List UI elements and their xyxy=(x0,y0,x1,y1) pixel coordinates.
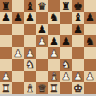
square-b2[interactable] xyxy=(12,71,24,83)
square-g6[interactable]: ♟ xyxy=(72,24,84,36)
piece-white-pawn: ♟ xyxy=(37,35,46,46)
square-e7[interactable]: ♞ xyxy=(48,12,60,24)
square-e8[interactable] xyxy=(48,0,60,12)
square-c1[interactable]: ♝ xyxy=(24,82,36,94)
piece-black-pawn: ♟ xyxy=(1,12,10,23)
square-h6[interactable] xyxy=(84,24,96,36)
square-h3[interactable] xyxy=(84,59,96,71)
piece-white-pawn: ♟ xyxy=(49,47,58,58)
square-g8[interactable]: ♚ xyxy=(72,0,84,12)
piece-black-rook: ♜ xyxy=(1,0,10,11)
piece-black-queen: ♛ xyxy=(37,0,46,11)
square-a2[interactable]: ♟ xyxy=(0,71,12,83)
square-f3[interactable]: ♞ xyxy=(60,59,72,71)
square-c2[interactable] xyxy=(24,71,36,83)
square-g1[interactable]: ♚ xyxy=(72,82,84,94)
square-g2[interactable]: ♟ xyxy=(72,71,84,83)
page-background-strip xyxy=(0,94,96,96)
square-b5[interactable] xyxy=(12,35,24,47)
square-g4[interactable] xyxy=(72,47,84,59)
square-a4[interactable] xyxy=(0,47,12,59)
square-h2[interactable]: ♟ xyxy=(84,71,96,83)
square-f5[interactable]: ♟ xyxy=(60,35,72,47)
square-c5[interactable] xyxy=(24,35,36,47)
piece-black-bishop: ♝ xyxy=(25,0,34,11)
square-e3[interactable] xyxy=(48,59,60,71)
square-a7[interactable]: ♟ xyxy=(0,12,12,24)
square-c7[interactable]: ♟ xyxy=(24,12,36,24)
square-d2[interactable] xyxy=(36,71,48,83)
square-e1[interactable]: ♜ xyxy=(48,82,60,94)
piece-black-pawn: ♟ xyxy=(49,35,58,46)
piece-white-rook: ♜ xyxy=(1,82,10,93)
piece-black-pawn: ♟ xyxy=(37,24,46,35)
square-d4[interactable] xyxy=(36,47,48,59)
square-b3[interactable] xyxy=(12,59,24,71)
square-f7[interactable] xyxy=(60,12,72,24)
square-e2[interactable]: ♝ xyxy=(48,71,60,83)
square-b7[interactable]: ♟ xyxy=(12,12,24,24)
square-h4[interactable] xyxy=(84,47,96,59)
piece-white-pawn: ♟ xyxy=(73,71,82,82)
square-g5[interactable] xyxy=(72,35,84,47)
square-d5[interactable]: ♟ xyxy=(36,35,48,47)
square-e5[interactable]: ♟ xyxy=(48,35,60,47)
square-c4[interactable]: ♟ xyxy=(24,47,36,59)
piece-white-pawn: ♟ xyxy=(61,71,70,82)
square-d1[interactable]: ♛ xyxy=(36,82,48,94)
piece-white-bishop: ♝ xyxy=(25,82,34,93)
piece-white-pawn: ♟ xyxy=(85,71,94,82)
square-h8[interactable] xyxy=(84,0,96,12)
square-f2[interactable]: ♟ xyxy=(60,71,72,83)
square-h5[interactable]: ♞ xyxy=(84,35,96,47)
piece-white-knight: ♞ xyxy=(25,59,34,70)
piece-black-pawn: ♟ xyxy=(85,12,94,23)
piece-white-pawn: ♟ xyxy=(13,47,22,58)
chess-screenshot: ♜♝♛♜♚♟♟♟♞♝♟♟♟♟♟♟♞♟♟♟♞♞♟♝♟♟♟♜♝♛♜♚ xyxy=(0,0,96,96)
square-a3[interactable] xyxy=(0,59,12,71)
square-g7[interactable]: ♝ xyxy=(72,12,84,24)
square-c6[interactable] xyxy=(24,24,36,36)
square-a5[interactable] xyxy=(0,35,12,47)
square-a6[interactable] xyxy=(0,24,12,36)
square-h1[interactable] xyxy=(84,82,96,94)
square-d6[interactable]: ♟ xyxy=(36,24,48,36)
chess-board: ♜♝♛♜♚♟♟♟♞♝♟♟♟♟♟♟♞♟♟♟♞♞♟♝♟♟♟♜♝♛♜♚ xyxy=(0,0,96,94)
square-d8[interactable]: ♛ xyxy=(36,0,48,12)
piece-white-rook: ♜ xyxy=(49,82,58,93)
square-c3[interactable]: ♞ xyxy=(24,59,36,71)
piece-black-king: ♚ xyxy=(73,0,82,11)
piece-white-bishop: ♝ xyxy=(49,71,58,82)
square-h7[interactable]: ♟ xyxy=(84,12,96,24)
square-e4[interactable]: ♟ xyxy=(48,47,60,59)
square-b1[interactable] xyxy=(12,82,24,94)
square-g3[interactable] xyxy=(72,59,84,71)
piece-black-pawn: ♟ xyxy=(13,12,22,23)
square-c8[interactable]: ♝ xyxy=(24,0,36,12)
square-f8[interactable]: ♜ xyxy=(60,0,72,12)
square-b6[interactable] xyxy=(12,24,24,36)
piece-white-knight: ♞ xyxy=(61,59,70,70)
piece-black-pawn: ♟ xyxy=(25,12,34,23)
piece-black-knight: ♞ xyxy=(85,35,94,46)
piece-black-pawn: ♟ xyxy=(73,24,82,35)
piece-white-king: ♚ xyxy=(73,82,82,93)
square-f1[interactable] xyxy=(60,82,72,94)
piece-white-pawn: ♟ xyxy=(25,47,34,58)
piece-white-pawn: ♟ xyxy=(1,71,10,82)
piece-black-rook: ♜ xyxy=(61,0,70,11)
square-b4[interactable]: ♟ xyxy=(12,47,24,59)
piece-black-bishop: ♝ xyxy=(73,12,82,23)
square-f4[interactable] xyxy=(60,47,72,59)
square-f6[interactable] xyxy=(60,24,72,36)
piece-black-knight: ♞ xyxy=(49,12,58,23)
piece-white-queen: ♛ xyxy=(37,82,46,93)
square-d7[interactable] xyxy=(36,12,48,24)
square-d3[interactable] xyxy=(36,59,48,71)
square-b8[interactable] xyxy=(12,0,24,12)
piece-black-pawn: ♟ xyxy=(61,35,70,46)
square-e6[interactable] xyxy=(48,24,60,36)
square-a8[interactable]: ♜ xyxy=(0,0,12,12)
square-a1[interactable]: ♜ xyxy=(0,82,12,94)
